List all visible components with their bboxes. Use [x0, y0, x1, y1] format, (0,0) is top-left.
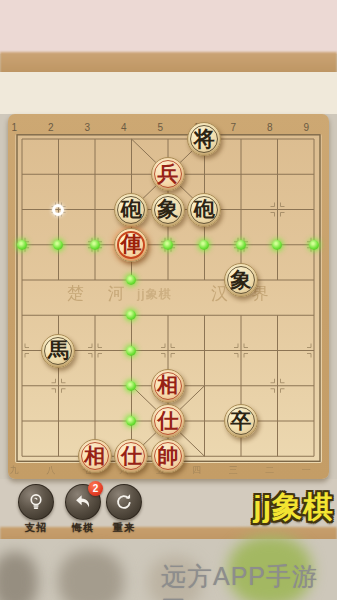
board-intersection — [40, 227, 77, 262]
undo-button-circle[interactable]: 2 — [65, 484, 101, 520]
board-intersection: 砲 — [113, 192, 150, 227]
board-intersection: 仕 — [113, 439, 150, 474]
piece-glyph: 帥 — [157, 445, 178, 466]
board-intersection — [296, 227, 333, 262]
piece-black-cannon[interactable]: 砲 — [187, 193, 221, 227]
board-intersection: 仕 — [150, 404, 187, 439]
board-intersection: 象 — [223, 263, 260, 298]
piece-red-chariot-selected[interactable]: 俥 — [114, 228, 148, 262]
board-intersection — [150, 227, 187, 262]
board-intersection: 将 — [186, 122, 223, 157]
piece-glyph: 卒 — [230, 410, 251, 431]
piece-glyph: 砲 — [194, 198, 215, 219]
origin-marker-ring — [52, 204, 64, 216]
piece-glyph: 砲 — [121, 198, 142, 219]
hint-button-label: 支招 — [25, 521, 47, 535]
piece-glyph: 相 — [84, 445, 105, 466]
board-intersection: 象 — [150, 192, 187, 227]
move-hint-dot[interactable] — [126, 275, 136, 285]
undo-button-label: 悔棋 — [72, 521, 94, 535]
move-hint-dot[interactable] — [126, 346, 136, 356]
board-intersection: 相 — [77, 439, 114, 474]
move-hint-dot[interactable] — [53, 240, 63, 250]
move-hint-dot[interactable] — [126, 310, 136, 320]
piece-glyph: 相 — [157, 374, 178, 395]
hint-button-circle[interactable] — [18, 484, 54, 520]
restart-icon — [113, 491, 135, 513]
board-intersection — [40, 192, 77, 227]
piece-black-soldier[interactable]: 卒 — [224, 404, 258, 438]
board-intersection — [113, 368, 150, 403]
piece-red-general[interactable]: 帥 — [151, 439, 185, 473]
restart-button[interactable]: 重来 — [101, 484, 147, 535]
piece-black-cannon[interactable]: 砲 — [114, 193, 148, 227]
move-hint-dot[interactable] — [90, 240, 100, 250]
piece-glyph: 象 — [230, 269, 251, 290]
app-logo: jj象棋 — [253, 487, 334, 528]
piece-red-elephant[interactable]: 相 — [78, 439, 112, 473]
piece-glyph: 象 — [157, 198, 178, 219]
board-intersection — [223, 227, 260, 262]
move-hint-dot[interactable] — [17, 240, 27, 250]
move-hint-dot[interactable] — [272, 240, 282, 250]
piece-glyph: 俥 — [121, 233, 142, 254]
restart-button-circle[interactable] — [106, 484, 142, 520]
board-intersection — [113, 263, 150, 298]
move-hint-dot[interactable] — [126, 416, 136, 426]
move-hint-dot[interactable] — [126, 381, 136, 391]
piece-black-general[interactable]: 将 — [187, 122, 221, 156]
board-intersection — [113, 404, 150, 439]
board-intersection — [77, 227, 114, 262]
board-intersection — [113, 298, 150, 333]
piece-glyph: 兵 — [157, 163, 178, 184]
board-intersection: 馬 — [40, 333, 77, 368]
board-intersection — [4, 227, 41, 262]
board-intersection: 兵 — [150, 157, 187, 192]
piece-glyph: 仕 — [157, 410, 178, 431]
piece-glyph: 仕 — [121, 445, 142, 466]
piece-black-elephant[interactable]: 象 — [151, 193, 185, 227]
piece-glyph: 馬 — [48, 339, 69, 360]
move-hint-dot[interactable] — [236, 240, 246, 250]
restart-button-label: 重来 — [113, 521, 135, 535]
background-cream-band — [0, 72, 337, 116]
board-intersection — [186, 227, 223, 262]
piece-black-elephant[interactable]: 象 — [224, 263, 258, 297]
lightbulb-icon — [25, 491, 47, 513]
xiangqi-app-screen: 楚 河 汉 界 jj象棋 123456789 九八七六五四三二一 将兵砲象砲俥象… — [0, 0, 337, 600]
hint-button[interactable]: 支招 — [13, 484, 59, 535]
piece-red-soldier[interactable]: 兵 — [151, 157, 185, 191]
site-watermark: 远方APP手游网 — [161, 560, 337, 600]
undo-button[interactable]: 2 悔棋 — [60, 484, 106, 535]
board-intersection — [259, 227, 296, 262]
move-hint-dot[interactable] — [199, 240, 209, 250]
piece-layer: 将兵砲象砲俥象馬相仕卒相仕帥 — [4, 122, 333, 475]
blurred-figure — [58, 550, 124, 600]
piece-red-advisor[interactable]: 仕 — [114, 439, 148, 473]
piece-black-horse[interactable]: 馬 — [41, 334, 75, 368]
board-intersection: 俥 — [113, 227, 150, 262]
piece-red-advisor[interactable]: 仕 — [151, 404, 185, 438]
board-intersection: 相 — [150, 368, 187, 403]
board-intersection: 卒 — [223, 404, 260, 439]
background-blur-top — [0, 0, 337, 54]
background-tan-band-top — [0, 52, 337, 74]
piece-red-elephant[interactable]: 相 — [151, 369, 185, 403]
board-intersection — [113, 333, 150, 368]
piece-glyph: 将 — [194, 128, 215, 149]
move-hint-dot[interactable] — [309, 240, 319, 250]
board-intersection: 砲 — [186, 192, 223, 227]
board-intersection: 帥 — [150, 439, 187, 474]
move-hint-dot[interactable] — [163, 240, 173, 250]
